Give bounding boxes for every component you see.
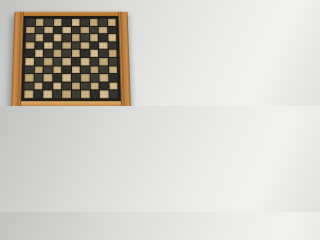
board-square[interactable] — [99, 42, 107, 49]
board-square[interactable] — [26, 27, 34, 34]
board-square[interactable] — [53, 74, 61, 81]
board-square[interactable] — [81, 34, 89, 41]
board-square[interactable] — [108, 34, 116, 41]
board-square[interactable] — [80, 19, 88, 26]
board-square[interactable] — [109, 74, 118, 81]
board-square[interactable] — [90, 82, 98, 89]
board-square[interactable] — [99, 66, 107, 73]
board-square[interactable] — [89, 19, 97, 26]
board-square[interactable] — [25, 50, 33, 57]
board-square[interactable] — [71, 50, 79, 57]
board-square[interactable] — [44, 58, 52, 65]
board-square[interactable] — [34, 91, 43, 98]
board-square[interactable] — [44, 34, 52, 41]
board-border — [21, 16, 121, 101]
board-square[interactable] — [43, 91, 52, 98]
table-surface — [0, 0, 142, 106]
board-square[interactable] — [81, 58, 89, 65]
board-square[interactable] — [35, 50, 43, 57]
board-square[interactable] — [100, 82, 109, 89]
board-square[interactable] — [90, 42, 98, 49]
board-square[interactable] — [44, 42, 52, 49]
board-square[interactable] — [62, 66, 70, 73]
board-square[interactable] — [44, 66, 52, 73]
board-square[interactable] — [35, 27, 43, 34]
board-square[interactable] — [25, 82, 34, 89]
board-square[interactable] — [53, 91, 61, 98]
board-square[interactable] — [53, 58, 61, 65]
board-square[interactable] — [35, 19, 43, 26]
board-square[interactable] — [24, 91, 33, 98]
draughts-board[interactable] — [24, 19, 117, 98]
board-square[interactable] — [35, 42, 43, 49]
board-square[interactable] — [81, 27, 89, 34]
board-square[interactable] — [100, 91, 109, 98]
board-square[interactable] — [34, 66, 42, 73]
board-square[interactable] — [62, 19, 70, 26]
board-square[interactable] — [62, 91, 70, 98]
board-square[interactable] — [71, 58, 79, 65]
board-square[interactable] — [90, 74, 98, 81]
board-square[interactable] — [90, 66, 98, 73]
board-square[interactable] — [71, 34, 79, 41]
board-square[interactable] — [109, 91, 118, 98]
board-square[interactable] — [62, 27, 70, 34]
wooden-board-tray — [11, 12, 131, 106]
board-square[interactable] — [90, 50, 98, 57]
board-square[interactable] — [71, 66, 79, 73]
board-square[interactable] — [81, 66, 89, 73]
board-square[interactable] — [81, 82, 89, 89]
board-square[interactable] — [71, 42, 79, 49]
board-square[interactable] — [81, 50, 89, 57]
board-square[interactable] — [26, 19, 34, 26]
board-square[interactable] — [62, 58, 70, 65]
board-square[interactable] — [109, 82, 118, 89]
board-square[interactable] — [99, 50, 107, 57]
board-square[interactable] — [62, 50, 70, 57]
board-square[interactable] — [90, 58, 98, 65]
board-square[interactable] — [25, 58, 33, 65]
board-square[interactable] — [53, 50, 61, 57]
board-square[interactable] — [90, 91, 99, 98]
board-square[interactable] — [71, 74, 79, 81]
board-square[interactable] — [53, 82, 61, 89]
board-square[interactable] — [44, 27, 52, 34]
board-square[interactable] — [43, 82, 51, 89]
board-square[interactable] — [43, 74, 51, 81]
board-square[interactable] — [71, 19, 79, 26]
board-square[interactable] — [99, 74, 107, 81]
board-square[interactable] — [107, 19, 115, 26]
board-square[interactable] — [53, 19, 61, 26]
board-square[interactable] — [53, 27, 61, 34]
board-square[interactable] — [71, 91, 79, 98]
board-square[interactable] — [62, 82, 70, 89]
board-square[interactable] — [62, 42, 70, 49]
board-square[interactable] — [53, 66, 61, 73]
board-square[interactable] — [35, 34, 43, 41]
board-square[interactable] — [62, 34, 70, 41]
board-square[interactable] — [99, 34, 107, 41]
board-square[interactable] — [53, 42, 61, 49]
board-square[interactable] — [108, 27, 116, 34]
board-square[interactable] — [44, 50, 52, 57]
board-square[interactable] — [108, 50, 116, 57]
board-square[interactable] — [34, 74, 42, 81]
board-square[interactable] — [98, 19, 106, 26]
board-square[interactable] — [109, 66, 117, 73]
board-square[interactable] — [71, 82, 79, 89]
board-square[interactable] — [90, 27, 98, 34]
board-square[interactable] — [71, 27, 79, 34]
board-square[interactable] — [81, 91, 89, 98]
board-square[interactable] — [25, 74, 34, 81]
board-square[interactable] — [62, 74, 70, 81]
board-square[interactable] — [26, 34, 34, 41]
board-square[interactable] — [25, 66, 33, 73]
board-square[interactable] — [26, 42, 34, 49]
board-square[interactable] — [90, 34, 98, 41]
board-square[interactable] — [34, 58, 42, 65]
board-square[interactable] — [34, 82, 43, 89]
board-square[interactable] — [81, 42, 89, 49]
board-square[interactable] — [108, 58, 116, 65]
board-square[interactable] — [99, 58, 107, 65]
board-square[interactable] — [53, 34, 61, 41]
board-square[interactable] — [99, 27, 107, 34]
board-square[interactable] — [44, 19, 52, 26]
board-square[interactable] — [108, 42, 116, 49]
board-square[interactable] — [81, 74, 89, 81]
